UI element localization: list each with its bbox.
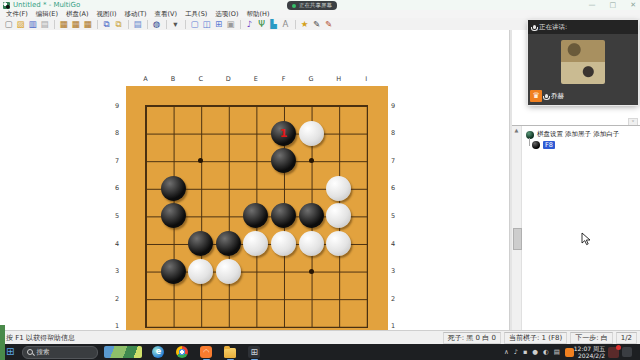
layout-board-icon[interactable]: ▢ <box>189 19 200 30</box>
coord-left-9: 9 <box>111 102 123 110</box>
coord-left-6: 6 <box>111 184 123 192</box>
coord-top-D: D <box>222 75 234 83</box>
layout-split-icon[interactable]: ◫ <box>201 19 212 30</box>
setup-node-stone-icon <box>526 131 534 139</box>
star-point-G7 <box>309 158 314 163</box>
start-button[interactable]: ⊞ <box>6 344 14 360</box>
dingtalk-app-taskbar-icon[interactable]: ◠ <box>200 346 213 359</box>
white-stone-C3 <box>188 259 213 284</box>
multigo-app-icon <box>3 2 10 9</box>
toolbar-separator <box>128 20 129 29</box>
coord-top-H: H <box>333 75 345 83</box>
game-tree-panel: ▲ 棋盘设置 添加黑子 添加白子 F8 <box>512 126 640 330</box>
tray-chevron-up-icon[interactable]: ∧ <box>504 348 509 356</box>
tray-bluetooth-icon[interactable]: ▪ <box>523 348 527 356</box>
board-medium-icon[interactable]: ▦ <box>70 19 81 30</box>
share-status-dot-icon <box>292 4 296 8</box>
coord-left-5: 5 <box>111 212 123 220</box>
pinned-app-icon: ⊞ <box>248 346 260 358</box>
notification-icon[interactable] <box>608 347 619 358</box>
participant-name: 乔赫 <box>551 92 564 101</box>
share-status-text: 正在共享屏幕 <box>299 2 332 9</box>
speaking-label: 正在讲话: <box>539 23 567 32</box>
edge-browser-icon: e <box>152 346 164 358</box>
chrome-browser-taskbar-icon[interactable] <box>176 346 189 359</box>
tray-extra-icon[interactable] <box>622 347 632 357</box>
black-stone-B5 <box>161 203 186 228</box>
status-current-move: 当前棋子: 1 (F8) <box>504 332 567 344</box>
toolbar-separator <box>166 20 167 29</box>
tray-antivirus-icon[interactable]: ● <box>532 348 538 356</box>
black-stone-B6 <box>161 176 186 201</box>
edit-pencil-icon[interactable]: ✎ <box>311 19 322 30</box>
screen: Untitled * - MultiGo — □ ✕ 正在共享屏幕 文件(F)编… <box>0 0 640 360</box>
black-stone-node-icon <box>532 141 540 149</box>
toolbar-separator <box>185 20 186 29</box>
game-info-icon[interactable]: ▤ <box>132 19 143 30</box>
tree-scroll-thumb[interactable] <box>513 228 522 250</box>
host-badge-icon: ♛ <box>530 90 542 102</box>
coord-right-9: 9 <box>387 102 399 110</box>
file-explorer-taskbar-icon[interactable] <box>224 346 237 359</box>
video-feed: ♛ 乔赫 <box>528 34 638 105</box>
toolbar-separator <box>97 20 98 29</box>
print-icon[interactable]: ▤ <box>39 19 50 30</box>
status-page: 1/2 <box>616 332 637 344</box>
coord-top-A: A <box>140 75 152 83</box>
toolbar-separator <box>295 20 296 29</box>
screen-share-pill[interactable]: 正在共享屏幕 <box>287 1 337 10</box>
maximize-button[interactable]: □ <box>610 1 617 9</box>
taskbar-search[interactable]: 搜索 <box>22 346 98 359</box>
coord-right-5: 5 <box>387 212 399 220</box>
taskbar-clock[interactable]: 12:07 周五 2024/2/2 <box>574 345 605 359</box>
star-point-G3 <box>309 269 314 274</box>
participant-mic-icon <box>545 94 548 98</box>
dingtalk-app-icon: ◠ <box>200 346 212 358</box>
board-small-icon[interactable]: ▦ <box>58 19 69 30</box>
tray-volume-icon[interactable]: ◐ <box>543 348 549 356</box>
menu-bar: 文件(F)编辑(E)棋盘(A)视图(I)移动(T)查看(V)工具(S)选项(O)… <box>0 10 640 18</box>
clock-time: 12:07 周五 <box>574 345 605 352</box>
chrome-browser-icon <box>176 346 188 358</box>
video-call-panel[interactable]: 正在讲话: ♛ 乔赫 <box>528 20 638 105</box>
coord-right-4: 4 <box>387 240 399 248</box>
globe-icon[interactable]: ◍ <box>151 19 162 30</box>
camera-thumbnail <box>561 40 605 84</box>
tree-node-move1[interactable]: F8 <box>532 141 555 149</box>
layout-tree-icon[interactable]: ⊞ <box>213 19 224 30</box>
pinned-app-taskbar-icon[interactable]: ⊞ <box>248 346 261 359</box>
paste-icon[interactable]: ⧉ <box>113 19 124 30</box>
search-icon <box>27 349 33 355</box>
file-explorer-icon <box>224 348 236 358</box>
black-stone-B3 <box>161 259 186 284</box>
coord-left-4: 4 <box>111 240 123 248</box>
tray-microphone-icon[interactable]: ♪ <box>514 348 518 356</box>
tree-node-setup[interactable]: 棋盘设置 添加黑子 添加白子 <box>526 130 619 139</box>
tray-orange-app-icon[interactable] <box>565 348 574 357</box>
coord-right-2: 2 <box>387 295 399 303</box>
setup-node-label: 棋盘设置 添加黑子 添加白子 <box>537 130 619 139</box>
coord-top-G: G <box>305 75 317 83</box>
tree-scroll-up-icon[interactable]: ▲ <box>512 126 521 134</box>
search-label: 搜索 <box>36 348 49 357</box>
toolbar-separator <box>54 20 55 29</box>
window-title: Untitled * - MultiGo <box>13 1 80 9</box>
sound-icon[interactable]: ♪ <box>244 19 255 30</box>
coord-right-3: 3 <box>387 267 399 275</box>
selected-node-label: F8 <box>543 141 555 149</box>
coord-left-2: 2 <box>111 295 123 303</box>
globe-dropdown-icon[interactable]: ▾ <box>170 19 181 30</box>
font-icon[interactable]: A <box>280 19 291 30</box>
black-stone-D4 <box>216 231 241 256</box>
score-chart-icon[interactable]: ▙ <box>268 19 279 30</box>
status-help-text: 按 F1 以获得帮助信息 <box>6 333 443 343</box>
open-file-icon[interactable]: ▨ <box>15 19 26 30</box>
system-tray: ∧♪▪●◐▤ <box>504 348 574 357</box>
desktop-wallpaper-sliver <box>0 325 5 360</box>
white-stone-G4 <box>299 231 324 256</box>
variation-tree-icon[interactable]: Ψ <box>256 19 267 30</box>
status-next-to-move: 下一步: 白 <box>570 332 613 344</box>
coord-left-8: 8 <box>111 129 123 137</box>
new-file-icon[interactable]: ▢ <box>3 19 14 30</box>
coord-right-8: 8 <box>387 129 399 137</box>
white-stone-D3 <box>216 259 241 284</box>
draw-brush-icon[interactable]: ✎ <box>323 19 334 30</box>
white-stone-F4 <box>271 231 296 256</box>
clock-date: 2024/2/2 <box>574 352 605 359</box>
white-stone-H6 <box>326 176 351 201</box>
toolbar-separator <box>147 20 148 29</box>
save-icon[interactable]: ▥ <box>27 19 38 30</box>
tray-network-icon[interactable]: ▤ <box>554 348 560 356</box>
toolbar-separator <box>240 20 241 29</box>
coord-top-C: C <box>195 75 207 83</box>
coord-top-B: B <box>167 75 179 83</box>
mark-star-icon[interactable]: ★ <box>299 19 310 30</box>
edge-browser-taskbar-icon[interactable]: e <box>152 346 165 359</box>
widgets-weather-thumbnail[interactable] <box>104 346 142 358</box>
coord-right-6: 6 <box>387 184 399 192</box>
coord-left-7: 7 <box>111 157 123 165</box>
status-bar: 按 F1 以获得帮助信息 死子: 黑 0 白 0 当前棋子: 1 (F8) 下一… <box>0 330 640 345</box>
coord-top-E: E <box>250 75 262 83</box>
copy-icon[interactable]: ⧉ <box>101 19 112 30</box>
white-stone-G8 <box>299 121 324 146</box>
taskbar: ⊞ 搜索 e◠⊞ ∧♪▪●◐▤ 12:07 周五 2024/2/2 <box>0 344 640 360</box>
board-pane: AABBCCDDEEFFGGHHII9988776655443322111 <box>0 30 509 330</box>
coord-left-3: 3 <box>111 267 123 275</box>
tree-branch-line <box>529 138 530 146</box>
black-stone-G5 <box>299 203 324 228</box>
close-button[interactable]: ✕ <box>630 1 636 9</box>
board-large-icon[interactable]: ▦ <box>82 19 93 30</box>
taskbar-apps: e◠⊞ <box>152 346 261 359</box>
status-captures: 死子: 黑 0 白 0 <box>443 332 501 344</box>
move-number-label: 1 <box>271 121 296 146</box>
coord-top-I: I <box>360 75 372 83</box>
layout-comment-icon[interactable]: ▣ <box>225 19 236 30</box>
coord-right-7: 7 <box>387 157 399 165</box>
tree-scrollbar[interactable]: ▲ <box>512 126 522 330</box>
coord-top-F: F <box>278 75 290 83</box>
minimize-button[interactable]: — <box>589 1 596 9</box>
speaking-mic-icon <box>533 25 536 29</box>
video-panel-header: 正在讲话: <box>528 20 638 34</box>
